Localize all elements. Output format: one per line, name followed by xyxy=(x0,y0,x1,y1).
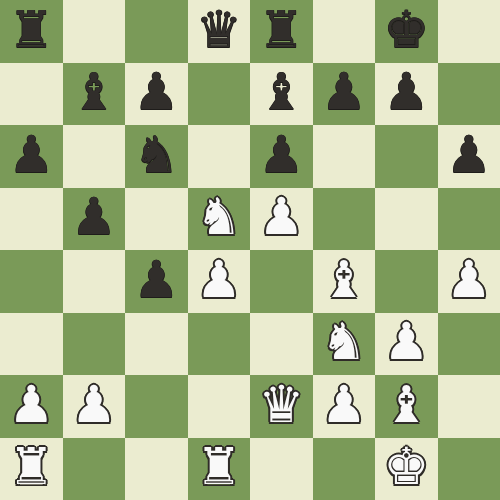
black-pawn-piece[interactable]: ♟ xyxy=(258,129,304,180)
white-pawn-piece[interactable]: ♟ xyxy=(258,191,304,242)
white-bishop-piece[interactable]: ♝ xyxy=(321,254,367,305)
white-pawn-piece[interactable]: ♟ xyxy=(383,316,429,367)
square-a1[interactable]: ♜ xyxy=(0,438,63,500)
square-h4[interactable]: ♟ xyxy=(438,250,500,313)
square-e2[interactable]: ♛ xyxy=(250,375,313,438)
black-pawn-piece[interactable]: ♟ xyxy=(71,191,117,242)
square-g2[interactable]: ♝ xyxy=(375,375,438,438)
square-d7[interactable] xyxy=(188,63,251,126)
square-f4[interactable]: ♝ xyxy=(313,250,376,313)
black-knight-piece[interactable]: ♞ xyxy=(133,129,179,180)
black-bishop-piece[interactable]: ♝ xyxy=(258,66,304,117)
square-a8[interactable]: ♜ xyxy=(0,0,63,63)
square-a6[interactable]: ♟ xyxy=(0,125,63,188)
square-h7[interactable] xyxy=(438,63,500,126)
square-g5[interactable] xyxy=(375,188,438,251)
square-e3[interactable] xyxy=(250,313,313,376)
white-knight-piece[interactable]: ♞ xyxy=(196,191,242,242)
square-h5[interactable] xyxy=(438,188,500,251)
black-rook-piece[interactable]: ♜ xyxy=(258,4,304,55)
square-d6[interactable] xyxy=(188,125,251,188)
square-c8[interactable] xyxy=(125,0,188,63)
square-b7[interactable]: ♝ xyxy=(63,63,126,126)
white-bishop-piece[interactable]: ♝ xyxy=(383,379,429,430)
white-pawn-piece[interactable]: ♟ xyxy=(8,379,54,430)
white-pawn-piece[interactable]: ♟ xyxy=(446,254,492,305)
square-b3[interactable] xyxy=(63,313,126,376)
white-rook-piece[interactable]: ♜ xyxy=(8,441,54,492)
white-knight-piece[interactable]: ♞ xyxy=(321,316,367,367)
square-f1[interactable] xyxy=(313,438,376,500)
square-e6[interactable]: ♟ xyxy=(250,125,313,188)
square-c2[interactable] xyxy=(125,375,188,438)
square-b4[interactable] xyxy=(63,250,126,313)
black-pawn-piece[interactable]: ♟ xyxy=(133,254,179,305)
square-c5[interactable] xyxy=(125,188,188,251)
square-c4[interactable]: ♟ xyxy=(125,250,188,313)
square-e5[interactable]: ♟ xyxy=(250,188,313,251)
square-g8[interactable]: ♚ xyxy=(375,0,438,63)
square-d1[interactable]: ♜ xyxy=(188,438,251,500)
square-f6[interactable] xyxy=(313,125,376,188)
square-d5[interactable]: ♞ xyxy=(188,188,251,251)
square-c3[interactable] xyxy=(125,313,188,376)
square-b5[interactable]: ♟ xyxy=(63,188,126,251)
square-c7[interactable]: ♟ xyxy=(125,63,188,126)
white-rook-piece[interactable]: ♜ xyxy=(196,441,242,492)
square-h6[interactable]: ♟ xyxy=(438,125,500,188)
square-e4[interactable] xyxy=(250,250,313,313)
square-d8[interactable]: ♛ xyxy=(188,0,251,63)
square-d3[interactable] xyxy=(188,313,251,376)
square-b2[interactable]: ♟ xyxy=(63,375,126,438)
square-h1[interactable] xyxy=(438,438,500,500)
square-a5[interactable] xyxy=(0,188,63,251)
square-g4[interactable] xyxy=(375,250,438,313)
white-king-piece[interactable]: ♚ xyxy=(383,441,429,492)
square-e1[interactable] xyxy=(250,438,313,500)
square-c1[interactable] xyxy=(125,438,188,500)
square-f3[interactable]: ♞ xyxy=(313,313,376,376)
black-king-piece[interactable]: ♚ xyxy=(383,4,429,55)
square-h3[interactable] xyxy=(438,313,500,376)
chess-board: ♜♛♜♚♝♟♝♟♟♟♞♟♟♟♞♟♟♟♝♟♞♟♟♟♛♟♝♜♜♚ xyxy=(0,0,500,500)
white-pawn-piece[interactable]: ♟ xyxy=(196,254,242,305)
white-pawn-piece[interactable]: ♟ xyxy=(71,379,117,430)
square-f2[interactable]: ♟ xyxy=(313,375,376,438)
square-h2[interactable] xyxy=(438,375,500,438)
square-f5[interactable] xyxy=(313,188,376,251)
square-b6[interactable] xyxy=(63,125,126,188)
square-d2[interactable] xyxy=(188,375,251,438)
square-a4[interactable] xyxy=(0,250,63,313)
square-c6[interactable]: ♞ xyxy=(125,125,188,188)
square-e8[interactable]: ♜ xyxy=(250,0,313,63)
black-pawn-piece[interactable]: ♟ xyxy=(133,66,179,117)
square-a2[interactable]: ♟ xyxy=(0,375,63,438)
black-queen-piece[interactable]: ♛ xyxy=(196,4,242,55)
white-pawn-piece[interactable]: ♟ xyxy=(321,379,367,430)
square-f7[interactable]: ♟ xyxy=(313,63,376,126)
square-g7[interactable]: ♟ xyxy=(375,63,438,126)
square-e7[interactable]: ♝ xyxy=(250,63,313,126)
black-rook-piece[interactable]: ♜ xyxy=(8,4,54,55)
black-pawn-piece[interactable]: ♟ xyxy=(446,129,492,180)
square-b8[interactable] xyxy=(63,0,126,63)
white-queen-piece[interactable]: ♛ xyxy=(258,379,304,430)
black-pawn-piece[interactable]: ♟ xyxy=(8,129,54,180)
square-b1[interactable] xyxy=(63,438,126,500)
square-d4[interactable]: ♟ xyxy=(188,250,251,313)
square-h8[interactable] xyxy=(438,0,500,63)
square-g3[interactable]: ♟ xyxy=(375,313,438,376)
black-bishop-piece[interactable]: ♝ xyxy=(71,66,117,117)
square-g1[interactable]: ♚ xyxy=(375,438,438,500)
black-pawn-piece[interactable]: ♟ xyxy=(383,66,429,117)
square-a7[interactable] xyxy=(0,63,63,126)
square-g6[interactable] xyxy=(375,125,438,188)
square-f8[interactable] xyxy=(313,0,376,63)
square-a3[interactable] xyxy=(0,313,63,376)
black-pawn-piece[interactable]: ♟ xyxy=(321,66,367,117)
